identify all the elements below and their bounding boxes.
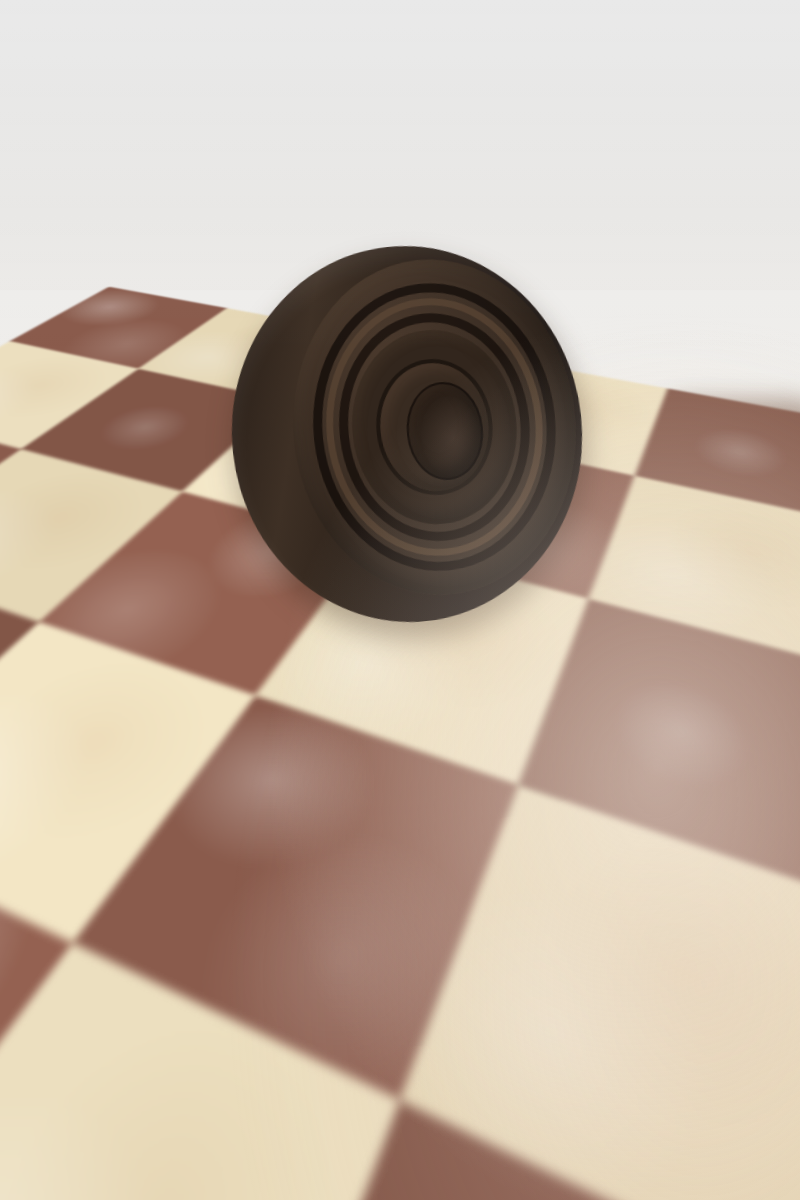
- tilted-dark-piece: [213, 229, 600, 640]
- photo-frame: [0, 0, 800, 1200]
- blurred-dark-piece-top-right: [646, 400, 800, 488]
- stack-piece-1-dark: [246, 914, 574, 1046]
- blurred-dark-piece-right: [638, 604, 800, 740]
- stack-piece-3-dark: [250, 700, 572, 824]
- stack-piece-2-light: [248, 812, 572, 922]
